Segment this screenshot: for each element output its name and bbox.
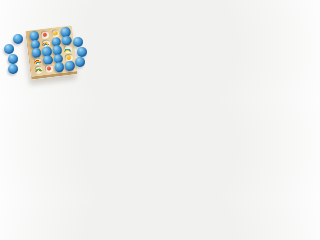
blue-peg[interactable]: [64, 60, 75, 71]
red-dot-symbol: [46, 66, 51, 71]
blue-peg[interactable]: [54, 62, 65, 73]
rainbow-symbol: [34, 60, 41, 64]
green-arc-symbol: [35, 68, 42, 72]
teal-arc-symbol: [64, 48, 71, 52]
loose-blue-peg-right[interactable]: [75, 57, 86, 68]
loose-blue-peg-left[interactable]: [4, 44, 15, 55]
loose-blue-peg-right[interactable]: [73, 37, 84, 48]
rainbow-symbol: [42, 42, 49, 46]
memory-game-board: [25, 25, 78, 79]
cell-r5c4[interactable]: [64, 61, 75, 71]
loose-blue-peg-right[interactable]: [77, 47, 88, 58]
red-dot-symbol: [42, 32, 47, 37]
loose-blue-peg-left[interactable]: [13, 34, 24, 45]
product-photo-scene: [0, 0, 91, 100]
board-grid: [28, 28, 75, 75]
yellow-dot-symbol: [66, 55, 71, 60]
loose-blue-peg-left[interactable]: [8, 64, 19, 75]
recess: [44, 64, 52, 72]
loose-blue-peg-left[interactable]: [8, 54, 19, 65]
yellow-dot-symbol: [52, 31, 57, 36]
recess: [34, 65, 42, 73]
